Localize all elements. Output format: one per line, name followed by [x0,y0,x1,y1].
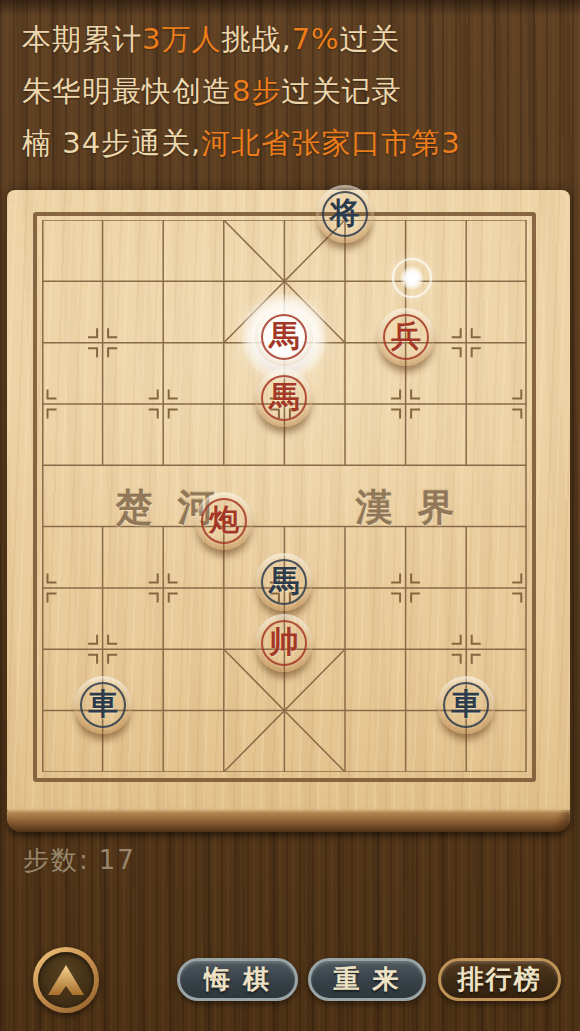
header-text-segment: 7% [292,22,340,56]
challenge-stats-banner: 本期累计3万人挑战,7%过关朱华明最快创造8步过关记录楠 34步通关,河北省张家… [22,13,562,169]
header-text-segment: 楠 34步通关, [22,126,201,160]
piece-character: 馬 [269,561,299,602]
move-counter-value: 17 [99,845,136,875]
piece-character: 帅 [269,622,299,663]
header-text-segment: 朱华明最快创造 [22,74,232,108]
move-counter-label: 步数: [23,845,90,875]
piece-character: 馬 [269,316,299,357]
piece-black-horse[interactable]: 馬 [255,553,313,611]
piece-character: 将 [330,193,360,234]
header-text-segment: 8步 [232,74,281,108]
app-screen: 本期累计3万人挑战,7%过关朱华明最快创造8步过关记录楠 34步通关,河北省张家… [0,0,580,1031]
piece-red-horse-2[interactable]: 馬 [255,369,313,427]
piece-black-rook-2[interactable]: 車 [437,676,495,734]
restart-button[interactable]: 重 来 [308,958,426,1001]
leaderboard-button[interactable]: 排行榜 [438,958,561,1001]
piece-character: 車 [451,684,481,725]
header-text-segment: 挑战, [221,22,291,56]
header-text-segment: 本期累计 [22,22,142,56]
piece-character: 車 [88,684,118,725]
gold-triangle-icon [46,963,86,997]
header-text-segment: 过关 [340,22,400,56]
piece-character: 兵 [391,316,421,357]
header-line-3: 楠 34步通关,河北省张家口市第3 [22,117,562,169]
header-text-segment: 过关记录 [281,74,401,108]
header-text-segment: 3万人 [142,22,221,56]
piece-red-cannon[interactable]: 炮 [195,492,253,550]
piece-character: 炮 [209,500,239,541]
board-bottom-edge [7,810,570,832]
undo-button[interactable]: 悔 棋 [177,958,298,1001]
piece-black-rook-1[interactable]: 車 [74,676,132,734]
header-line-1: 本期累计3万人挑战,7%过关 [22,13,562,65]
home-button-face [38,952,94,1008]
river-label-han-jie: 漢 界 [333,483,483,533]
header-line-2: 朱华明最快创造8步过关记录 [22,65,562,117]
piece-character: 馬 [269,377,299,418]
piece-red-horse-1[interactable]: 馬 [255,308,313,366]
move-counter: 步数:17 [23,843,136,878]
header-text-segment: 河北省张家口市第3 [201,126,460,160]
home-button[interactable] [33,947,99,1013]
piece-black-general[interactable]: 将 [316,185,374,243]
piece-red-soldier[interactable]: 兵 [377,308,435,366]
piece-red-general[interactable]: 帅 [255,614,313,672]
